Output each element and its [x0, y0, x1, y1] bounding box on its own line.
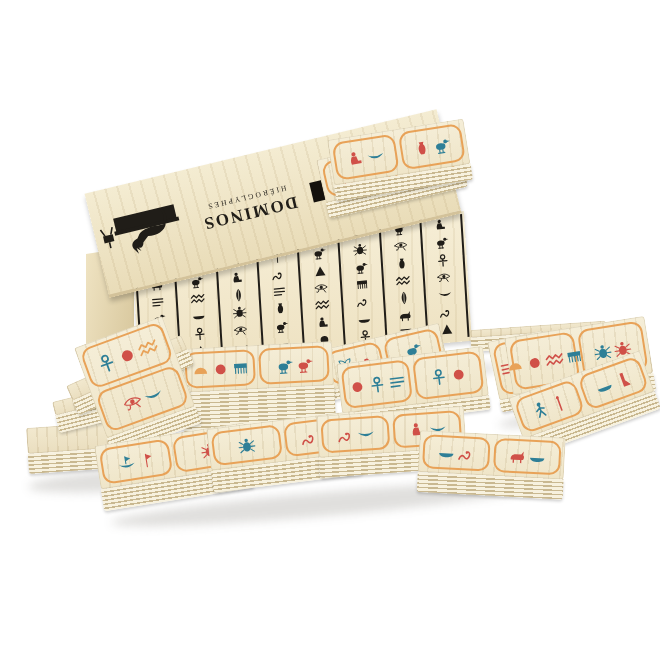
snake-glyph-icon	[335, 425, 355, 445]
zigzag-glyph-icon	[313, 297, 332, 314]
bird-glyph-icon	[433, 235, 452, 252]
cartouche-half	[412, 350, 485, 400]
ankh-glyph-icon	[428, 366, 449, 387]
lines-glyph-icon	[386, 371, 407, 392]
sun-glyph-icon	[346, 376, 367, 397]
jar-glyph-icon	[271, 301, 290, 318]
quadruped-glyph-icon	[507, 446, 527, 466]
basket-glyph-icon	[527, 447, 547, 467]
cartouche-half	[210, 424, 283, 466]
seated-glyph-icon	[228, 270, 247, 287]
lines-glyph-icon	[270, 283, 289, 300]
bird-glyph-icon	[294, 355, 314, 375]
ankh-glyph-icon	[190, 325, 209, 342]
eye-glyph-icon	[435, 269, 454, 286]
product-photo: LOUVRE DOMINOS HIÉROGLYPHES	[0, 0, 660, 660]
triangle-glyph-icon	[310, 263, 329, 280]
basket-glyph-icon	[436, 442, 456, 462]
sun-glyph-icon	[524, 352, 546, 374]
cartouche-half	[493, 438, 562, 475]
sailboat-glyph-icon	[115, 452, 137, 474]
boat-glyph-icon	[365, 145, 387, 167]
jar-glyph-icon	[411, 137, 433, 159]
cartouche-half	[332, 133, 400, 180]
comb-glyph-icon	[353, 276, 372, 293]
halfsun-glyph-icon	[504, 355, 526, 377]
bird-glyph-icon	[272, 318, 291, 335]
zigzag-glyph-icon	[188, 291, 207, 308]
boat-glyph-icon	[436, 286, 455, 303]
scarab-glyph-icon	[230, 304, 249, 321]
tile-face	[418, 430, 566, 480]
seated-glyph-icon	[345, 148, 367, 170]
eye-glyph-icon	[311, 280, 330, 297]
snake-glyph-icon	[437, 304, 456, 321]
cartouche-half	[422, 434, 491, 471]
scarab-glyph-icon	[236, 435, 257, 456]
basket-glyph-icon	[355, 311, 374, 328]
eye-glyph-icon	[231, 322, 250, 339]
cartouche-half	[320, 415, 390, 454]
pennant-glyph-icon	[135, 449, 157, 471]
hieroglyph-column	[421, 214, 470, 340]
zigzag-glyph-icon	[544, 348, 566, 370]
tile-face	[180, 341, 334, 393]
feather-glyph-icon	[395, 290, 414, 307]
snake-glyph-icon	[269, 266, 288, 283]
ankh-glyph-icon	[366, 374, 387, 395]
zigzag-glyph-icon	[394, 273, 413, 290]
snake-glyph-icon	[456, 443, 476, 463]
snake-glyph-icon	[354, 293, 373, 310]
lid-title: DOMINOS HIÉROGLYPHES	[198, 182, 299, 234]
quadruped-glyph-icon	[396, 307, 415, 324]
cartouche-half	[184, 349, 256, 389]
cartouche-half	[398, 123, 466, 170]
sun-glyph-icon	[448, 364, 469, 385]
scarab-glyph-icon	[592, 341, 614, 363]
sun-glyph-icon	[210, 359, 230, 379]
bird-glyph-icon	[431, 134, 453, 156]
cartouche-half	[99, 438, 174, 485]
boat-glyph-icon	[355, 423, 375, 443]
feather-glyph-icon	[229, 287, 248, 304]
cartouche-half	[340, 359, 413, 409]
eye-glyph-icon	[392, 238, 411, 255]
anubis-illustration	[90, 195, 193, 273]
bird-glyph-icon	[352, 259, 371, 276]
domino-chain-4	[417, 430, 566, 500]
bird-glyph-icon	[274, 356, 294, 376]
scarab-glyph-icon	[350, 242, 369, 259]
seated-glyph-icon	[432, 217, 451, 234]
basket-glyph-icon	[189, 308, 208, 325]
cartouche-half	[258, 345, 330, 385]
comb-glyph-icon	[230, 358, 250, 378]
seated-glyph-icon	[314, 314, 333, 331]
jar-glyph-icon	[393, 255, 412, 272]
ankh-glyph-icon	[434, 252, 453, 269]
lines-glyph-icon	[148, 294, 167, 311]
